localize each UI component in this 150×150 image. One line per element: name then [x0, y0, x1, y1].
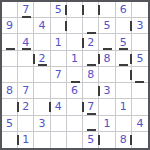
cell-r6-c1[interactable]: 8 — [2, 83, 18, 99]
cell-r3-c6[interactable]: 2 — [83, 34, 99, 50]
given-digit: 7 — [55, 69, 62, 80]
given-digit: 3 — [39, 118, 46, 129]
cell-r7-c7[interactable] — [99, 99, 115, 115]
consecutive-marker-vertical — [65, 5, 67, 15]
given-digit: 6 — [120, 4, 127, 15]
given-digit: 4 — [55, 101, 62, 112]
consecutive-marker-vertical — [130, 21, 132, 31]
cell-r5-c4[interactable]: 7 — [51, 67, 67, 83]
cell-r6-c7[interactable]: 3 — [99, 83, 115, 99]
consecutive-marker-vertical — [82, 102, 84, 112]
given-digit: 5 — [103, 20, 110, 31]
given-digit: 7 — [87, 101, 94, 112]
consecutive-marker-vertical — [33, 54, 35, 64]
consecutive-marker-vertical — [130, 54, 132, 64]
cell-r6-c9[interactable] — [132, 83, 148, 99]
cell-r4-c9[interactable]: 5 — [132, 51, 148, 67]
cell-r6-c4[interactable] — [51, 83, 67, 99]
given-digit: 1 — [71, 53, 78, 64]
cell-r8-c7[interactable]: 1 — [99, 116, 115, 132]
given-digit: 5 — [120, 37, 127, 48]
cell-r9-c4[interactable] — [51, 132, 67, 148]
cell-r1-c8[interactable]: 6 — [116, 2, 132, 18]
cell-r9-c9[interactable] — [132, 132, 148, 148]
consecutive-marker-vertical — [98, 5, 100, 15]
cell-r9-c5[interactable] — [67, 132, 83, 148]
consecutive-marker-vertical — [17, 102, 19, 112]
consecutive-marker-horizontal — [87, 129, 96, 131]
consecutive-marker-horizontal — [87, 113, 96, 115]
consecutive-marker-horizontal — [87, 64, 96, 66]
given-digit: 4 — [22, 37, 29, 48]
given-digit: 4 — [39, 20, 46, 31]
consecutive-marker-horizontal — [103, 48, 112, 50]
cell-r7-c4[interactable]: 4 — [51, 99, 67, 115]
cell-r7-c9[interactable] — [132, 99, 148, 115]
given-digit: 1 — [55, 37, 62, 48]
cell-r6-c8[interactable] — [116, 83, 132, 99]
given-digit: 1 — [22, 134, 29, 145]
given-digit: 7 — [22, 85, 29, 96]
given-digit: 5 — [6, 118, 13, 129]
cell-r8-c1[interactable]: 5 — [2, 116, 18, 132]
cell-r1-c1[interactable] — [2, 2, 18, 18]
cell-r8-c5[interactable] — [67, 116, 83, 132]
consecutive-marker-vertical — [82, 5, 84, 15]
given-digit: 8 — [6, 85, 13, 96]
cell-r3-c3[interactable] — [34, 34, 50, 50]
given-digit: 5 — [87, 134, 94, 145]
consecutive-marker-vertical — [49, 102, 51, 112]
cell-r2-c7[interactable]: 5 — [99, 18, 115, 34]
given-digit: 6 — [71, 85, 78, 96]
consecutive-marker-horizontal — [119, 48, 128, 50]
cell-r4-c7[interactable]: 8 — [99, 51, 115, 67]
given-digit: 7 — [22, 4, 29, 15]
cell-r5-c7[interactable] — [99, 67, 115, 83]
cell-r8-c4[interactable] — [51, 116, 67, 132]
cell-r2-c9[interactable]: 3 — [132, 18, 148, 34]
cell-r5-c1[interactable] — [2, 67, 18, 83]
consecutive-marker-horizontal — [22, 48, 31, 50]
cell-r3-c9[interactable] — [132, 34, 148, 50]
cell-r1-c7[interactable] — [99, 2, 115, 18]
consecutive-marker-horizontal — [135, 81, 144, 83]
given-digit: 8 — [120, 134, 127, 145]
cell-r5-c3[interactable] — [34, 67, 50, 83]
consecutive-marker-vertical — [130, 135, 132, 145]
cell-r4-c5[interactable]: 1 — [67, 51, 83, 67]
cell-r5-c2[interactable] — [18, 67, 34, 83]
cell-r7-c8[interactable]: 1 — [116, 99, 132, 115]
given-digit: 1 — [103, 118, 110, 129]
given-digit: 4 — [136, 118, 143, 129]
cell-r7-c2[interactable]: 2 — [18, 99, 34, 115]
consecutive-marker-horizontal — [71, 81, 80, 83]
sudoku-board: 75694534125218578876324715314158 — [0, 0, 150, 150]
given-digit: 2 — [22, 101, 29, 112]
cell-r1-c3[interactable] — [34, 2, 50, 18]
given-digit: 2 — [87, 37, 94, 48]
consecutive-marker-horizontal — [22, 16, 31, 18]
given-digit: 1 — [120, 101, 127, 112]
given-digit: 2 — [39, 53, 46, 64]
given-digit: 9 — [6, 20, 13, 31]
cell-r5-c6[interactable]: 8 — [83, 67, 99, 83]
consecutive-marker-vertical — [65, 21, 67, 31]
cell-r8-c8[interactable] — [116, 116, 132, 132]
consecutive-marker-vertical — [17, 135, 19, 145]
given-digit: 8 — [87, 69, 94, 80]
consecutive-marker-vertical — [82, 38, 84, 48]
cell-r4-c1[interactable] — [2, 51, 18, 67]
given-digit: 8 — [103, 53, 110, 64]
cell-r9-c3[interactable] — [34, 132, 50, 148]
cell-r3-c4[interactable]: 1 — [51, 34, 67, 50]
given-digit: 5 — [136, 53, 143, 64]
consecutive-marker-horizontal — [87, 32, 96, 34]
consecutive-marker-horizontal — [38, 64, 47, 66]
given-digit: 3 — [136, 20, 143, 31]
cell-r4-c4[interactable] — [51, 51, 67, 67]
consecutive-marker-vertical — [98, 54, 100, 64]
cell-r2-c2[interactable] — [18, 18, 34, 34]
puzzle-screenshot: 75694534125218578876324715314158 — [0, 0, 150, 150]
cell-r1-c9[interactable] — [132, 2, 148, 18]
given-digit: 3 — [103, 85, 110, 96]
cell-r6-c5[interactable]: 6 — [67, 83, 83, 99]
consecutive-marker-horizontal — [119, 64, 128, 66]
cell-r2-c3[interactable]: 4 — [34, 18, 50, 34]
cell-r2-c5[interactable] — [67, 18, 83, 34]
cell-r9-c7[interactable] — [99, 132, 115, 148]
consecutive-marker-vertical — [130, 70, 132, 80]
cell-r8-c9[interactable]: 4 — [132, 116, 148, 132]
cell-r6-c2[interactable]: 7 — [18, 83, 34, 99]
cell-r2-c1[interactable]: 9 — [2, 18, 18, 34]
cell-r6-c3[interactable] — [34, 83, 50, 99]
cell-r8-c3[interactable]: 3 — [34, 116, 50, 132]
consecutive-marker-vertical — [98, 135, 100, 145]
consecutive-marker-vertical — [98, 86, 100, 96]
cell-r8-c2[interactable] — [18, 116, 34, 132]
consecutive-marker-horizontal — [6, 48, 15, 50]
given-digit: 5 — [55, 4, 62, 15]
cell-r9-c2[interactable]: 1 — [18, 132, 34, 148]
sudoku-cells: 75694534125218578876324715314158 — [2, 2, 148, 148]
